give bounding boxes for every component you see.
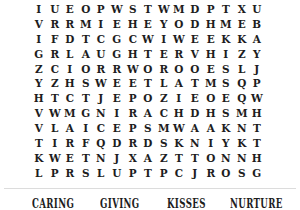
grid-cell[interactable]: W [172,32,187,47]
grid-cell[interactable]: R [47,17,62,32]
grid-cell[interactable]: V [31,17,46,32]
grid-cell[interactable]: W [109,2,124,17]
grid-cell[interactable]: I [94,17,109,32]
grid-cell[interactable]: P [203,2,218,17]
grid-cell[interactable]: Q [234,91,249,106]
word-list-item: CARING [32,197,74,210]
grid-cell[interactable]: M [234,106,249,121]
grid-cell[interactable]: I [63,62,78,77]
grid-cell[interactable]: W [47,106,62,121]
word-list-item: NURTURE [230,197,283,210]
grid-cell[interactable]: A [63,121,78,136]
grid-cell[interactable]: H [125,47,140,62]
grid-cell[interactable]: O [141,91,156,106]
grid-cell[interactable]: L [156,76,171,91]
grid-cell[interactable]: A [172,76,187,91]
grid-cell[interactable]: E [187,32,202,47]
grid-cell[interactable]: O [172,62,187,77]
grid-cell[interactable]: T [250,136,265,151]
grid-cell[interactable]: C [94,32,109,47]
grid-cell[interactable]: Y [219,136,234,151]
grid-cell[interactable]: N [94,151,109,166]
grid-cell[interactable]: T [78,151,93,166]
grid-cell[interactable]: T [31,136,46,151]
grid-cell[interactable]: R [63,166,78,181]
grid-cell[interactable]: P [94,2,109,17]
grid-cell[interactable]: S [125,2,140,17]
grid-cell[interactable]: T [78,32,93,47]
grid-cell[interactable]: H [31,91,46,106]
grid-cell[interactable]: L [234,62,249,77]
grid-cell[interactable]: Z [47,76,62,91]
grid-cell[interactable]: M [172,2,187,17]
grid-cell[interactable]: V [31,106,46,121]
grid-cell[interactable]: J [94,91,109,106]
grid-cell[interactable]: N [187,136,202,151]
grid-cell[interactable]: S [219,106,234,121]
grid-cell[interactable]: S [219,76,234,91]
grid-cell[interactable]: E [187,91,202,106]
grid-cell[interactable]: Y [31,76,46,91]
grid-cell[interactable]: E [156,47,171,62]
grid-cell[interactable]: O [203,91,218,106]
grid-cell[interactable]: N [219,151,234,166]
grid-cell[interactable]: G [109,47,124,62]
grid-cell[interactable]: J [109,151,124,166]
grid-cell[interactable]: H [203,17,218,32]
grid-cell[interactable]: H [63,76,78,91]
grid-cell[interactable]: D [187,2,202,17]
grid-cell[interactable]: E [234,17,249,32]
grid-cell[interactable]: P [47,166,62,181]
grid-cell[interactable]: O [203,151,218,166]
grid-cell[interactable]: D [187,17,202,32]
grid-cell[interactable]: H [125,17,140,32]
grid-cell[interactable]: E [219,91,234,106]
grid-cell[interactable]: T [187,151,202,166]
grid-cell[interactable]: G [78,106,93,121]
grid-cell[interactable]: R [47,47,62,62]
grid-cell[interactable]: H [250,106,265,121]
word-list-item: KISSES [167,197,206,210]
grid-cell[interactable]: V [31,121,46,136]
grid-cell[interactable]: I [31,2,46,17]
grid-cell[interactable]: S [141,121,156,136]
grid-cell[interactable]: E [63,2,78,17]
grid-cell[interactable]: A [141,106,156,121]
grid-cell[interactable]: H [250,151,265,166]
grid-cell[interactable]: Z [31,62,46,77]
grid-cell[interactable]: Z [156,151,171,166]
grid-cell[interactable]: Q [94,136,109,151]
grid-cell[interactable]: F [47,32,62,47]
grid-cell[interactable]: M [63,106,78,121]
grid-cell[interactable]: A [187,121,202,136]
grid-cell[interactable]: S [219,62,234,77]
grid-cell[interactable]: P [250,76,265,91]
grid-cell[interactable]: R [125,136,140,151]
grid-cell[interactable]: I [219,47,234,62]
grid-cell[interactable]: M [78,17,93,32]
grid-cell[interactable]: E [63,151,78,166]
grid-cell[interactable]: K [172,136,187,151]
grid-cell[interactable]: I [31,32,46,47]
grid-cell[interactable]: A [78,47,93,62]
grid-cell[interactable]: I [109,106,124,121]
divider-line [4,188,296,189]
grid-cell[interactable]: S [78,166,93,181]
grid-cell[interactable]: M [219,17,234,32]
grid-cell[interactable]: O [172,17,187,32]
grid-cell[interactable]: R [109,62,124,77]
grid-cell[interactable]: O [141,62,156,77]
grid-cell[interactable]: S [234,166,249,181]
grid-cell[interactable]: V [187,47,202,62]
grid-cell[interactable]: P [156,166,171,181]
grid-cell[interactable]: Q [234,76,249,91]
grid-cell[interactable]: E [109,17,124,32]
grid-cell[interactable]: O [78,62,93,77]
grid-cell[interactable]: T [219,2,234,17]
grid-cell[interactable]: W [125,62,140,77]
grid-cell[interactable]: T [250,121,265,136]
grid-cell[interactable]: R [63,136,78,151]
grid-cell[interactable]: A [203,121,218,136]
grid-cell[interactable]: J [250,62,265,77]
grid-cell[interactable]: T [187,76,202,91]
grid-cell[interactable]: L [31,166,46,181]
grid-cell[interactable]: W [156,2,171,17]
grid-cell[interactable]: R [203,166,218,181]
grid-cell[interactable]: C [156,106,171,121]
grid-cell[interactable]: W [250,91,265,106]
grid-cell[interactable]: X [234,2,249,17]
grid-cell[interactable]: G [109,32,124,47]
grid-cell[interactable]: I [172,91,187,106]
grid-cell[interactable]: H [203,47,218,62]
grid-cell[interactable]: K [234,32,249,47]
grid-cell[interactable]: Y [250,47,265,62]
grid-cell[interactable]: A [250,32,265,47]
grid-cell[interactable]: Y [156,17,171,32]
grid-cell[interactable]: M [156,121,171,136]
grid-cell[interactable]: T [172,151,187,166]
grid-cell[interactable]: R [172,47,187,62]
word-list-item: GIVING [100,197,140,210]
grid-cell[interactable]: H [203,106,218,121]
grid-cell[interactable]: L [47,121,62,136]
grid-cell[interactable]: E [109,91,124,106]
grid-cell[interactable]: C [47,62,62,77]
grid-cell[interactable]: K [31,151,46,166]
grid-cell[interactable]: A [141,151,156,166]
grid-cell[interactable]: R [156,62,171,77]
grid-cell[interactable]: W [47,151,62,166]
grid-cell[interactable]: N [94,106,109,121]
grid-cell[interactable]: C [63,91,78,106]
grid-cell[interactable]: I [47,136,62,151]
grid-cell[interactable]: N [234,121,249,136]
grid-cell[interactable]: D [141,136,156,151]
grid-cell[interactable]: Z [234,47,249,62]
grid-cell[interactable]: E [125,76,140,91]
grid-cell[interactable]: K [234,136,249,151]
grid-cell[interactable]: W [94,76,109,91]
grid-cell[interactable]: O [187,62,202,77]
grid-cell[interactable]: C [172,166,187,181]
grid-cell[interactable]: I [156,32,171,47]
grid-cell[interactable]: T [141,2,156,17]
letter-grid: IUEOPWSTWMDPTXUVRRMIEHEYODHMEBIFDTCGCWIW… [31,2,265,181]
grid-cell[interactable]: P [125,91,140,106]
grid-cell[interactable]: G [31,47,46,62]
grid-cell[interactable]: D [187,106,202,121]
grid-cell[interactable]: S [78,76,93,91]
grid-cell[interactable]: E [109,121,124,136]
grid-cell[interactable]: P [125,166,140,181]
grid-cell[interactable]: E [203,32,218,47]
grid-cell[interactable]: E [203,62,218,77]
grid-cell[interactable]: F [78,136,93,151]
grid-cell[interactable]: U [94,47,109,62]
grid-cell[interactable]: G [250,166,265,181]
grid-cell[interactable]: T [78,91,93,106]
grid-cell[interactable]: O [219,166,234,181]
grid-cell[interactable]: I [203,136,218,151]
grid-cell[interactable]: D [63,32,78,47]
grid-cell[interactable]: R [94,62,109,77]
grid-cell[interactable]: K [219,121,234,136]
grid-cell[interactable]: P [125,121,140,136]
grid-cell[interactable]: I [78,121,93,136]
grid-cell[interactable]: L [94,166,109,181]
grid-cell[interactable]: R [63,17,78,32]
grid-cell[interactable]: H [172,106,187,121]
grid-cell[interactable]: U [250,2,265,17]
grid-cell[interactable]: T [47,91,62,106]
grid-cell[interactable]: D [109,136,124,151]
grid-cell[interactable]: E [141,17,156,32]
grid-cell[interactable]: E [109,76,124,91]
grid-cell[interactable]: U [109,166,124,181]
grid-cell[interactable]: K [219,32,234,47]
grid-cell[interactable]: O [78,2,93,17]
grid-cell[interactable]: W [141,32,156,47]
grid-cell[interactable]: M [203,76,218,91]
grid-cell[interactable]: X [125,151,140,166]
grid-cell[interactable]: N [234,151,249,166]
grid-cell[interactable]: T [141,47,156,62]
grid-cell[interactable]: Z [156,91,171,106]
grid-cell[interactable]: W [172,121,187,136]
grid-cell[interactable]: T [141,76,156,91]
grid-cell[interactable]: L [63,47,78,62]
grid-cell[interactable]: S [156,136,171,151]
grid-cell[interactable]: R [125,106,140,121]
grid-cell[interactable]: J [187,166,202,181]
grid-cell[interactable]: C [125,32,140,47]
grid-cell[interactable]: C [94,121,109,136]
grid-cell[interactable]: T [141,166,156,181]
grid-cell[interactable]: U [47,2,62,17]
grid-cell[interactable]: B [250,17,265,32]
